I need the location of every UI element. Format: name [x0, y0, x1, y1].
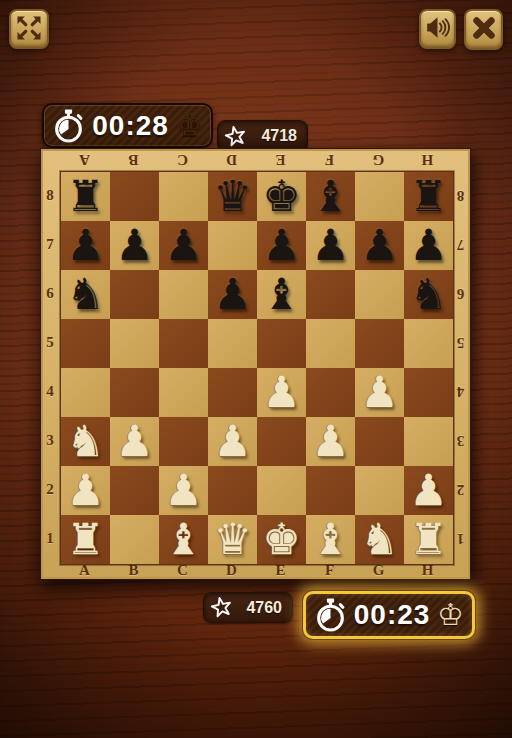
- black-pawn[interactable]: ♟: [262, 224, 301, 267]
- game-table-background: 00:28 ♚ 4718 ABCDEFGH ABCDEFGH 87654321 …: [0, 0, 512, 738]
- square-f5[interactable]: [306, 319, 355, 368]
- black-pawn[interactable]: ♟: [409, 224, 448, 267]
- square-b5[interactable]: [110, 319, 159, 368]
- square-d6[interactable]: ♟: [208, 270, 257, 319]
- white-bishop[interactable]: ♝: [311, 518, 350, 561]
- coord-label-3: 3: [41, 416, 59, 465]
- square-g5[interactable]: [355, 319, 404, 368]
- square-h5[interactable]: [404, 319, 453, 368]
- close-button[interactable]: [464, 9, 503, 50]
- black-rook[interactable]: ♜: [66, 175, 105, 218]
- square-g1[interactable]: ♞: [355, 515, 404, 564]
- star-icon: [208, 594, 235, 621]
- coord-label-c: C: [158, 149, 207, 170]
- coord-label-f: F: [305, 149, 354, 170]
- square-g7[interactable]: ♟: [355, 221, 404, 270]
- white-knight[interactable]: ♞: [66, 420, 105, 463]
- black-rook[interactable]: ♜: [409, 175, 448, 218]
- square-e6[interactable]: ♝: [257, 270, 306, 319]
- square-f1[interactable]: ♝: [306, 515, 355, 564]
- white-clock: 00:23: [347, 599, 437, 631]
- white-pawn[interactable]: ♟: [262, 371, 301, 414]
- white-rook[interactable]: ♜: [66, 518, 105, 561]
- black-king[interactable]: ♚: [262, 175, 301, 218]
- square-b8[interactable]: [110, 172, 159, 221]
- square-c2[interactable]: ♟: [159, 466, 208, 515]
- square-g3[interactable]: [355, 417, 404, 466]
- white-pawn[interactable]: ♟: [115, 420, 154, 463]
- coord-label-2: 2: [41, 465, 59, 514]
- chess-board: ABCDEFGH ABCDEFGH 87654321 87654321 ♜♛♚♝…: [40, 148, 471, 580]
- white-rook[interactable]: ♜: [409, 518, 448, 561]
- square-d1[interactable]: ♛: [208, 515, 257, 564]
- square-a1[interactable]: ♜: [61, 515, 110, 564]
- square-c3[interactable]: [159, 417, 208, 466]
- square-e7[interactable]: ♟: [257, 221, 306, 270]
- white-king[interactable]: ♚: [262, 518, 301, 561]
- square-a3[interactable]: ♞: [61, 417, 110, 466]
- coord-label-6: 6: [41, 269, 59, 318]
- white-pawn[interactable]: ♟: [66, 469, 105, 512]
- square-h3[interactable]: [404, 417, 453, 466]
- square-f4[interactable]: [306, 368, 355, 417]
- coord-label-7: 7: [41, 220, 59, 269]
- square-b7[interactable]: ♟: [110, 221, 159, 270]
- square-d8[interactable]: ♛: [208, 172, 257, 221]
- square-b4[interactable]: [110, 368, 159, 417]
- square-g6[interactable]: [355, 270, 404, 319]
- coord-label-d: D: [207, 149, 256, 170]
- white-bishop[interactable]: ♝: [164, 518, 203, 561]
- black-pawn[interactable]: ♟: [66, 224, 105, 267]
- square-a2[interactable]: ♟: [61, 466, 110, 515]
- square-b3[interactable]: ♟: [110, 417, 159, 466]
- square-h8[interactable]: ♜: [404, 172, 453, 221]
- square-a5[interactable]: [61, 319, 110, 368]
- square-b2[interactable]: [110, 466, 159, 515]
- black-knight[interactable]: ♞: [66, 273, 105, 316]
- expand-arrows-icon: [15, 14, 43, 45]
- square-h4[interactable]: [404, 368, 453, 417]
- board-squares: ♜♛♚♝♜♟♟♟♟♟♟♟♞♟♝♞♟♟♞♟♟♟♟♟♟♜♝♛♚♝♞♜: [60, 171, 454, 565]
- square-h1[interactable]: ♜: [404, 515, 453, 564]
- black-pawn[interactable]: ♟: [360, 224, 399, 267]
- square-d7[interactable]: [208, 221, 257, 270]
- black-queen[interactable]: ♛: [213, 175, 252, 218]
- black-bishop[interactable]: ♝: [311, 175, 350, 218]
- square-a7[interactable]: ♟: [61, 221, 110, 270]
- square-c7[interactable]: ♟: [159, 221, 208, 270]
- black-pawn[interactable]: ♟: [311, 224, 350, 267]
- stopwatch-icon: [52, 108, 85, 144]
- black-knight[interactable]: ♞: [409, 273, 448, 316]
- square-c8[interactable]: [159, 172, 208, 221]
- white-pawn[interactable]: ♟: [360, 371, 399, 414]
- speaker-icon: [424, 14, 451, 44]
- coord-label-a: A: [60, 149, 109, 170]
- star-icon: [222, 122, 249, 149]
- square-d3[interactable]: ♟: [208, 417, 257, 466]
- square-g8[interactable]: [355, 172, 404, 221]
- black-pawn[interactable]: ♟: [115, 224, 154, 267]
- square-f6[interactable]: [306, 270, 355, 319]
- square-e4[interactable]: ♟: [257, 368, 306, 417]
- white-knight[interactable]: ♞: [360, 518, 399, 561]
- coord-label-4: 4: [41, 367, 59, 416]
- white-score: 4760: [233, 599, 282, 617]
- square-f8[interactable]: ♝: [306, 172, 355, 221]
- black-player-timer: 00:28 ♚: [42, 103, 213, 148]
- square-e8[interactable]: ♚: [257, 172, 306, 221]
- square-e2[interactable]: [257, 466, 306, 515]
- white-player-timer: 00:23 ♔: [303, 591, 475, 639]
- square-c6[interactable]: [159, 270, 208, 319]
- white-score-badge: 4760: [203, 592, 293, 623]
- white-king-icon: ♔: [437, 600, 464, 630]
- coord-label-h: H: [403, 149, 452, 170]
- square-d4[interactable]: [208, 368, 257, 417]
- square-e3[interactable]: [257, 417, 306, 466]
- square-h6[interactable]: ♞: [404, 270, 453, 319]
- black-bishop[interactable]: ♝: [262, 273, 301, 316]
- rank-labels-left: 87654321: [41, 171, 59, 563]
- square-d5[interactable]: [208, 319, 257, 368]
- fullscreen-button[interactable]: [9, 9, 49, 49]
- square-a4[interactable]: [61, 368, 110, 417]
- file-labels-top: ABCDEFGH: [60, 149, 452, 170]
- square-g2[interactable]: [355, 466, 404, 515]
- square-f3[interactable]: ♟: [306, 417, 355, 466]
- white-queen[interactable]: ♛: [213, 518, 252, 561]
- black-king-icon: ♚: [176, 111, 203, 141]
- square-h7[interactable]: ♟: [404, 221, 453, 270]
- black-score: 4718: [247, 127, 297, 145]
- square-f2[interactable]: [306, 466, 355, 515]
- square-h2[interactable]: ♟: [404, 466, 453, 515]
- black-pawn[interactable]: ♟: [213, 273, 252, 316]
- coord-label-1: 1: [41, 514, 59, 563]
- square-d2[interactable]: [208, 466, 257, 515]
- square-a8[interactable]: ♜: [61, 172, 110, 221]
- sound-button[interactable]: [419, 9, 456, 49]
- coord-label-e: E: [256, 149, 305, 170]
- coord-label-g: G: [354, 149, 403, 170]
- black-pawn[interactable]: ♟: [164, 224, 203, 267]
- square-c5[interactable]: [159, 319, 208, 368]
- coord-label-b: B: [109, 149, 158, 170]
- square-e1[interactable]: ♚: [257, 515, 306, 564]
- square-g4[interactable]: ♟: [355, 368, 404, 417]
- square-b1[interactable]: [110, 515, 159, 564]
- black-clock: 00:28: [85, 110, 176, 142]
- coord-label-5: 5: [41, 318, 59, 367]
- square-c1[interactable]: ♝: [159, 515, 208, 564]
- close-icon: [470, 14, 498, 45]
- white-pawn[interactable]: ♟: [164, 469, 203, 512]
- white-pawn[interactable]: ♟: [311, 420, 350, 463]
- white-pawn[interactable]: ♟: [213, 420, 252, 463]
- square-f7[interactable]: ♟: [306, 221, 355, 270]
- square-b6[interactable]: [110, 270, 159, 319]
- stopwatch-icon: [314, 597, 347, 633]
- square-e5[interactable]: [257, 319, 306, 368]
- coord-label-8: 8: [41, 171, 59, 220]
- square-a6[interactable]: ♞: [61, 270, 110, 319]
- square-c4[interactable]: [159, 368, 208, 417]
- white-pawn[interactable]: ♟: [409, 469, 448, 512]
